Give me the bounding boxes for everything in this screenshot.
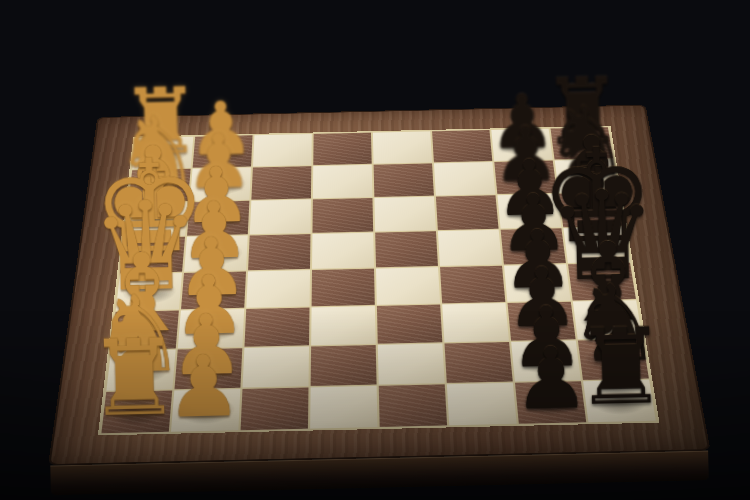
square-g3[interactable] [251, 166, 311, 200]
square-h6[interactable] [432, 130, 492, 162]
board-frame: ♜♟♟♜♞♟♟♞♝♟♟♝♚♟♟♚♛♟♟♛♝♟♟♝♞♟♟♞♜♟♟♜ [48, 105, 710, 466]
square-d5[interactable] [376, 267, 440, 305]
square-e3[interactable] [248, 234, 310, 270]
square-b4[interactable] [311, 345, 377, 386]
square-h4[interactable] [313, 133, 371, 165]
square-d3[interactable] [246, 270, 310, 308]
photo-backdrop: ♜♟♟♜♞♟♟♞♝♟♟♝♚♟♟♚♛♟♟♛♝♟♟♝♞♟♟♞♜♟♟♜ [0, 0, 750, 500]
board-tilt-wrapper: ♜♟♟♜♞♟♟♞♝♟♟♝♚♟♟♚♛♟♟♛♝♟♟♝♞♟♟♞♜♟♟♜ [0, 0, 750, 500]
square-e4[interactable] [312, 233, 374, 269]
square-h5[interactable] [373, 131, 432, 163]
square-g6[interactable] [434, 162, 495, 196]
square-f5[interactable] [374, 197, 436, 232]
square-a2[interactable]: ♟ [171, 389, 240, 432]
square-c5[interactable] [377, 305, 442, 344]
square-e5[interactable] [375, 231, 438, 267]
square-c3[interactable] [244, 308, 309, 347]
square-b5[interactable] [378, 344, 445, 385]
square-f3[interactable] [250, 199, 311, 234]
square-g5[interactable] [374, 163, 434, 197]
square-a4[interactable] [310, 386, 377, 429]
square-a6[interactable] [447, 383, 517, 426]
square-b3[interactable] [243, 347, 309, 388]
square-f4[interactable] [312, 198, 373, 233]
square-a5[interactable] [379, 384, 447, 427]
square-g4[interactable] [313, 165, 373, 199]
chess-board: ♜♟♟♜♞♟♟♞♝♟♟♝♚♟♟♚♛♟♟♛♝♟♟♝♞♟♟♞♜♟♟♜ [48, 105, 710, 466]
board-squares-grid: ♜♟♟♜♞♟♟♞♝♟♟♝♚♟♟♚♛♟♟♛♝♟♟♝♞♟♟♞♜♟♟♜ [98, 126, 660, 436]
square-a3[interactable] [241, 387, 309, 430]
square-a8[interactable]: ♜ [583, 380, 656, 423]
square-b6[interactable] [444, 342, 512, 383]
black-rook-piece: ♜ [573, 314, 669, 420]
square-a1[interactable]: ♜ [101, 390, 172, 433]
square-d6[interactable] [440, 266, 505, 304]
square-e6[interactable] [438, 230, 502, 266]
square-h3[interactable] [253, 134, 312, 166]
square-f6[interactable] [436, 195, 499, 230]
square-c6[interactable] [442, 303, 509, 342]
white-pawn-piece: ♟ [165, 343, 243, 429]
square-c4[interactable] [311, 306, 376, 345]
square-d4[interactable] [312, 269, 375, 307]
